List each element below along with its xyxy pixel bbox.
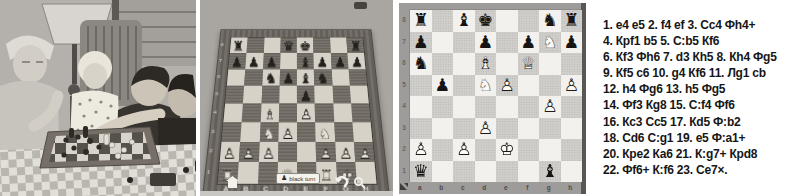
square-d7: ♟	[475, 32, 497, 54]
square-e8: ♚	[297, 38, 314, 53]
square-a8: ♜	[410, 10, 432, 32]
file-label: g	[538, 181, 560, 194]
square-b6	[244, 69, 262, 86]
square-g4	[333, 104, 352, 123]
file-label: h	[560, 181, 582, 194]
square-h4	[561, 96, 583, 118]
square-h7: ♟	[561, 32, 583, 54]
move-line: 9. Кf5 c6 10. g4 Кf6 11. Лg1 cb	[603, 65, 789, 81]
black-pawn: ♟	[331, 55, 348, 69]
family-photo-illustration	[0, 0, 196, 196]
square-b7	[432, 32, 454, 54]
file-label: a	[409, 181, 431, 194]
black-queen: ♛	[410, 161, 432, 183]
square-b2: ♙	[239, 142, 259, 162]
square-h5	[350, 86, 369, 104]
move-list: 1. e4 e5 2. f4 ef 3. Сc4 Фh4+ 4. Крf1 b5…	[603, 17, 789, 178]
file-label: b	[431, 181, 453, 194]
square-f4	[518, 96, 540, 118]
white-queen: ♕	[518, 53, 540, 75]
square-e6	[496, 53, 518, 75]
magnifier-icon	[353, 176, 366, 189]
white-pawn: ♙	[561, 75, 583, 97]
black-queen: ♛	[280, 39, 297, 53]
square-a2: ♙	[410, 139, 432, 161]
black-knight: ♞	[314, 72, 332, 86]
square-g7: ♘	[539, 32, 561, 54]
black-pawn: ♟	[348, 55, 365, 69]
square-b8	[247, 38, 264, 53]
square-e7: ♝	[297, 53, 314, 69]
square-c4	[453, 96, 475, 118]
square-d8: ♛	[280, 38, 297, 53]
square-d2	[475, 139, 497, 161]
square-c4: ♗	[260, 104, 279, 123]
square-a4	[223, 104, 243, 123]
square-d6: ♟	[279, 69, 297, 86]
square-c7	[453, 32, 475, 54]
square-f6: ♞	[314, 69, 332, 86]
book-page: ♜♛♚♜♟♟♟♝♟♟♟♞♟♝♞♟♗♙♘♙♘♙♙♙♙♙♙♖♕♖♔ ABCDEFGH…	[0, 0, 790, 196]
square-h1	[561, 161, 583, 183]
white-knight: ♘	[475, 75, 497, 97]
square-g1: ♝	[539, 161, 561, 183]
black-rook: ♜	[561, 10, 583, 32]
black-pawn: ♟	[246, 55, 263, 69]
square-h6	[348, 69, 367, 86]
square-d4	[475, 96, 497, 118]
square-b7: ♟	[246, 53, 264, 69]
square-e2	[297, 142, 316, 162]
square-c2: ♙	[258, 142, 278, 162]
square-a8: ♜	[230, 38, 248, 53]
white-knight: ♘	[539, 32, 561, 54]
white-knight: ♘	[259, 126, 278, 141]
square-f2: ♙	[316, 142, 336, 162]
photo2-scene: ♜♛♚♜♟♟♟♝♟♟♟♞♟♝♞♟♗♙♘♙♘♙♙♙♙♙♙♖♕♖♔ ABCDEFGH…	[200, 0, 393, 196]
photo2-wooden-board: ♜♛♚♜♟♟♟♝♟♟♟♞♟♝♞♟♗♙♘♙♘♙♙♙♙♙♙♖♕♖♔ ABCDEFGH…	[202, 29, 389, 194]
black-pawn: ♟	[410, 32, 432, 54]
black-rook: ♜	[347, 39, 364, 53]
rank-label: 5	[399, 74, 409, 96]
black-pawn: ♟	[263, 55, 280, 69]
square-a3	[410, 118, 432, 140]
square-c8	[263, 38, 280, 53]
square-g6	[539, 53, 561, 75]
rank-label: 4	[399, 95, 409, 117]
square-c8: ♝	[453, 10, 475, 32]
square-g7: ♟	[330, 53, 348, 69]
square-h8: ♜	[561, 10, 583, 32]
white-pawn: ♙	[355, 146, 374, 162]
square-e3	[496, 118, 518, 140]
white-bishop: ♗	[475, 53, 497, 75]
square-b3	[432, 118, 454, 140]
white-pawn: ♙	[220, 146, 239, 162]
file-label: f	[517, 181, 539, 194]
chess-diagram: 87654321 ♜♝♚♞♜♟♟♟♘♟♞♗♕♟♘♙♙♙♙♙♙♔♛♝ abcdef…	[399, 3, 586, 194]
square-b4	[242, 104, 261, 123]
square-c6	[453, 53, 475, 75]
square-d5: ♘	[475, 75, 497, 97]
square-d4	[279, 104, 297, 123]
black-pawn: ♟	[475, 32, 497, 54]
square-b5: ♟	[432, 75, 454, 97]
move-line: 18. Сd6 С:g1 19. e5 Ф:a1+	[603, 130, 789, 146]
white-pawn: ♙	[316, 146, 335, 162]
photo-children-playing-chess	[0, 0, 196, 196]
square-c3	[453, 118, 475, 140]
file-label: d	[474, 181, 496, 194]
white-pawn: ♙	[410, 139, 432, 161]
square-a7: ♟	[228, 53, 246, 69]
black-king: ♚	[297, 39, 314, 53]
square-h3	[561, 118, 583, 140]
square-c6: ♞	[262, 69, 280, 86]
white-bishop: ♗	[260, 107, 278, 122]
white-pawn: ♙	[475, 118, 497, 140]
white-pawn: ♙	[278, 126, 297, 141]
black-pawn: ♟	[314, 55, 331, 69]
square-h7: ♟	[347, 53, 365, 69]
photo2-board-grid: ♜♛♚♜♟♟♟♝♟♟♟♞♟♝♞♟♗♙♘♙♘♙♙♙♙♙♙♖♕♖♔	[216, 37, 377, 185]
square-f7: ♟	[518, 32, 540, 54]
square-g6	[331, 69, 349, 86]
square-c5	[453, 75, 475, 97]
square-h6	[561, 53, 583, 75]
square-d7	[280, 53, 297, 69]
black-knight: ♞	[262, 72, 280, 86]
square-c1	[453, 161, 475, 183]
square-e2: ♔	[496, 139, 518, 161]
square-c5	[261, 86, 279, 104]
square-g4: ♙	[539, 96, 561, 118]
black-pawn: ♟	[279, 72, 297, 86]
diagram-corner	[399, 181, 409, 194]
white-pawn: ♙	[496, 75, 518, 97]
square-b5	[243, 86, 262, 104]
move-line: 16. Кc3 Сc5 17. Кd5 Ф:b2	[603, 114, 789, 130]
rank-label: 2	[399, 138, 409, 160]
square-f5	[518, 75, 540, 97]
square-e7	[496, 32, 518, 54]
square-g5	[539, 75, 561, 97]
square-c7: ♟	[263, 53, 280, 69]
turn-status-text: black turn	[289, 176, 315, 182]
rank-label: 3	[399, 117, 409, 139]
turn-status-label: ♟ black turn	[276, 173, 320, 184]
square-e4: ♙	[297, 104, 315, 123]
photo2-corner-mark	[354, 2, 367, 9]
photo2-bottom-strip	[200, 191, 393, 196]
black-pawn: ♟	[228, 55, 245, 69]
square-e6: ♝	[297, 69, 315, 86]
square-e5: ♙	[496, 75, 518, 97]
square-e8	[496, 10, 518, 32]
square-a6	[227, 69, 246, 86]
square-b4	[432, 96, 454, 118]
square-f2	[518, 139, 540, 161]
square-d3: ♙	[475, 118, 497, 140]
diagram-rank-labels: 87654321	[399, 9, 409, 181]
square-h8: ♜	[346, 38, 364, 53]
black-knight: ♞	[539, 10, 561, 32]
black-pawn: ♟	[297, 89, 315, 104]
rank-label: 8	[399, 9, 409, 31]
move-line: 1. e4 e5 2. f4 ef 3. Сc4 Фh4+	[603, 17, 789, 33]
diagram-file-labels: abcdefgh	[409, 181, 581, 194]
square-e4	[496, 96, 518, 118]
move-indicator-icon	[400, 183, 409, 192]
square-b2	[432, 139, 454, 161]
white-pawn: ♙	[297, 107, 315, 122]
move-line: 20. Крe2 Кa6 21. К:g7+ Крd8	[603, 146, 789, 162]
black-bishop: ♝	[539, 161, 561, 183]
move-line: 4. Крf1 b5 5. С:b5 Кf6	[603, 33, 789, 49]
square-f4	[315, 104, 334, 123]
file-label: e	[495, 181, 517, 194]
move-line: 22. Фf6+ К:f6 23. Сe7×.	[603, 162, 789, 178]
photo1-phone	[150, 173, 176, 186]
black-knight: ♞	[410, 53, 432, 75]
square-d8: ♚	[475, 10, 497, 32]
square-b1	[432, 161, 454, 183]
square-a5	[225, 86, 244, 104]
square-h2: ♙	[354, 142, 375, 162]
square-g5	[332, 86, 351, 104]
black-bishop: ♝	[297, 55, 314, 69]
rank-label: 7	[399, 31, 409, 53]
move-line: 6. Кf3 Фh6 7. d3 Кh5 8. Кh4 Фg5	[603, 49, 789, 65]
square-h4	[351, 104, 371, 123]
home-icon	[226, 176, 239, 188]
square-h2	[561, 139, 583, 161]
undo-icon	[334, 175, 349, 188]
rank-label: 1	[399, 160, 409, 182]
square-e5: ♟	[297, 86, 315, 104]
move-line: 12. h4 Фg6 13. h5 Фg5	[603, 81, 789, 97]
square-f8	[313, 38, 330, 53]
square-h5: ♙	[561, 75, 583, 97]
white-pawn: ♙	[258, 146, 277, 162]
square-f6: ♕	[518, 53, 540, 75]
square-b8	[432, 10, 454, 32]
white-pawn: ♙	[336, 146, 355, 162]
white-pawn: ♙	[539, 96, 561, 118]
black-bishop: ♝	[297, 72, 315, 86]
square-e1	[496, 161, 518, 183]
square-d5	[279, 86, 297, 104]
square-g8: ♞	[539, 10, 561, 32]
square-g3	[539, 118, 561, 140]
black-rook: ♜	[410, 10, 432, 32]
pawn-icon: ♟	[281, 175, 287, 182]
file-label: c	[452, 181, 474, 194]
square-f1	[518, 161, 540, 183]
black-rook: ♜	[230, 39, 247, 53]
square-b6	[432, 53, 454, 75]
square-g2	[539, 139, 561, 161]
square-g8	[330, 38, 348, 53]
photo-chess-app-board: ♜♛♚♜♟♟♟♝♟♟♟♞♟♝♞♟♗♙♘♙♘♙♙♙♙♙♙♖♕♖♔ ABCDEFGH…	[200, 0, 393, 196]
square-d6: ♗	[475, 53, 497, 75]
photo2-toolbar: ♟ black turn	[200, 172, 393, 190]
black-pawn: ♟	[561, 32, 583, 54]
square-a5	[410, 75, 432, 97]
white-pawn: ♙	[239, 146, 258, 162]
square-d2	[278, 142, 297, 162]
square-g2: ♙	[335, 142, 355, 162]
square-a7: ♟	[410, 32, 432, 54]
black-pawn: ♟	[518, 32, 540, 54]
move-line: 14. Фf3 Кg8 15. С:f4 Фf6	[603, 97, 789, 113]
square-a1: ♛	[410, 161, 432, 183]
black-king: ♚	[475, 10, 497, 32]
square-a6: ♞	[410, 53, 432, 75]
white-king: ♔	[496, 139, 518, 161]
diagram-board: ♜♝♚♞♜♟♟♟♘♟♞♗♕♟♘♙♙♙♙♙♙♔♛♝	[409, 9, 581, 181]
black-bishop: ♝	[453, 10, 475, 32]
white-pawn: ♙	[453, 139, 475, 161]
square-f3	[518, 118, 540, 140]
black-pawn: ♟	[432, 75, 454, 97]
white-knight: ♘	[316, 126, 335, 141]
square-f7: ♟	[314, 53, 332, 69]
square-d1	[475, 161, 497, 183]
square-a2: ♙	[220, 142, 241, 162]
rank-label: 6	[399, 52, 409, 74]
square-f8	[518, 10, 540, 32]
square-a4	[410, 96, 432, 118]
square-c2: ♙	[453, 139, 475, 161]
square-f5	[314, 86, 332, 104]
